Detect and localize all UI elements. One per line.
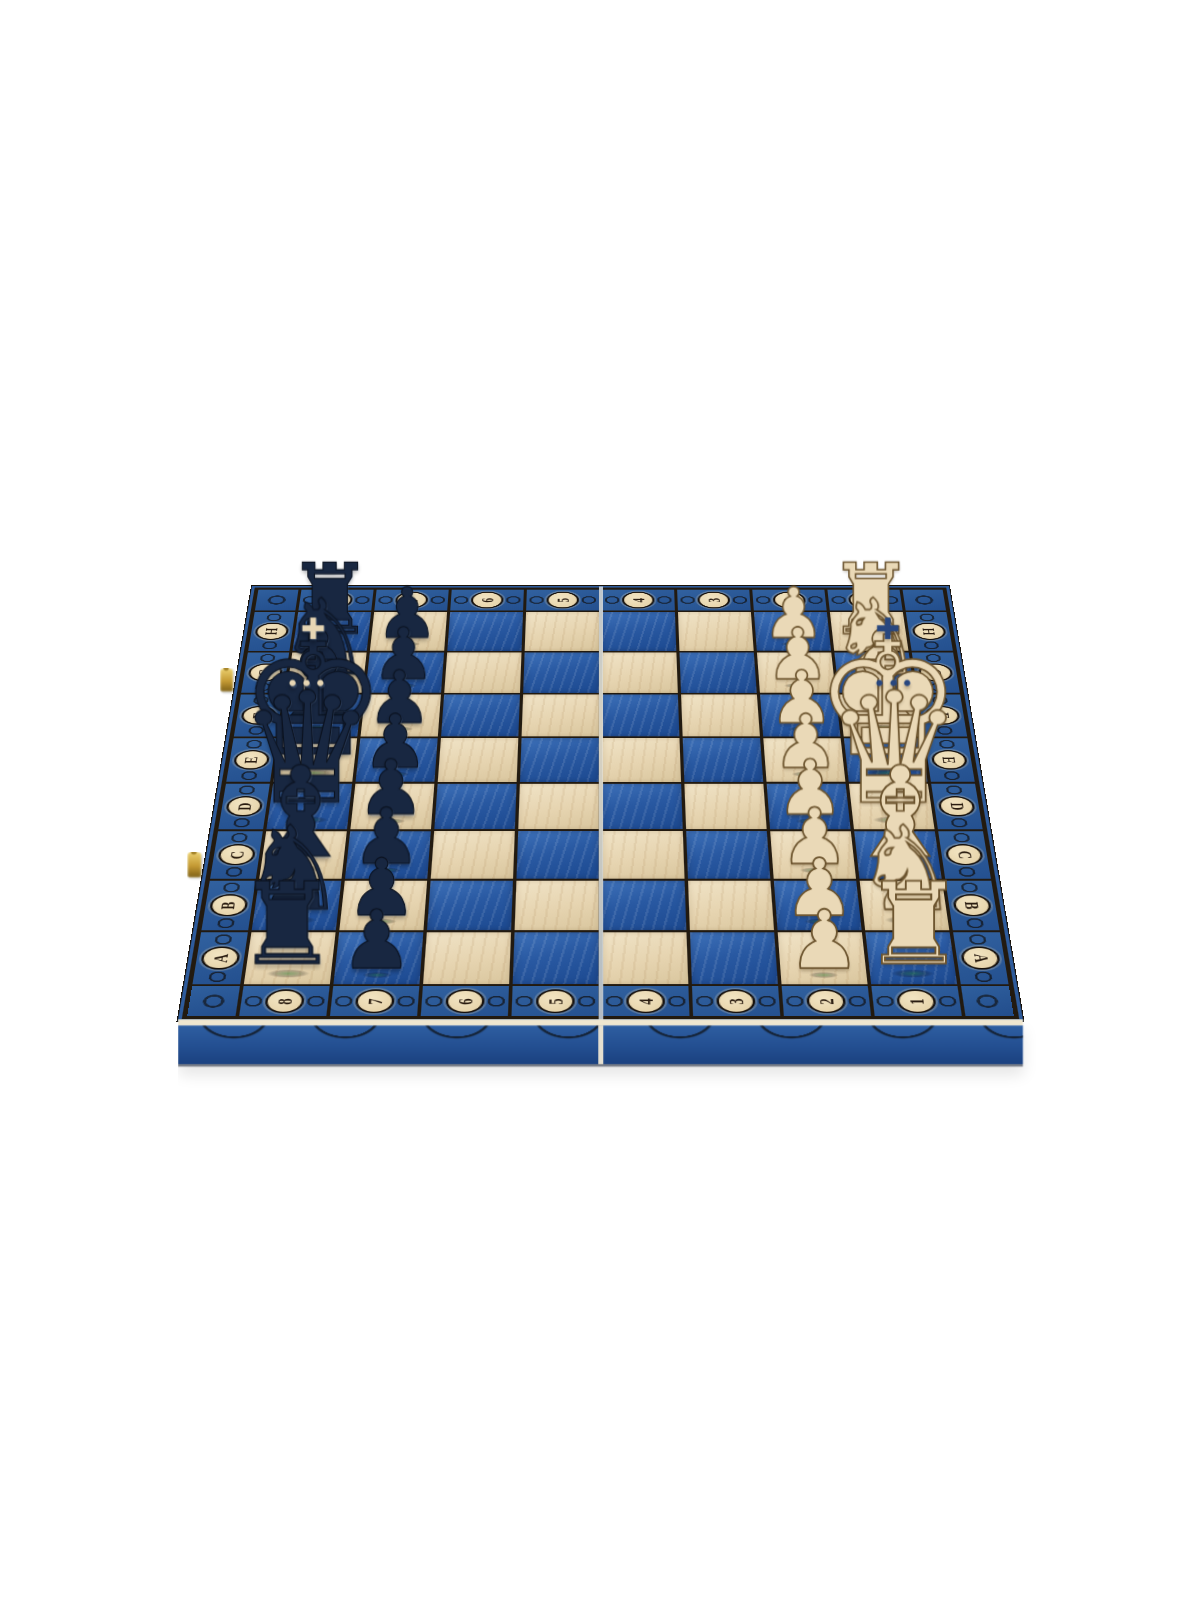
square-c5[interactable] xyxy=(516,831,598,878)
square-h6[interactable] xyxy=(447,612,523,651)
rank-label-bottom-5: 5 xyxy=(512,986,599,1016)
square-a3[interactable] xyxy=(690,932,778,984)
corner-ornament xyxy=(961,986,1014,1016)
piece-black-rook-a8[interactable]: ♜ xyxy=(236,868,338,981)
square-f6[interactable] xyxy=(441,694,520,736)
label-disc: 1 xyxy=(896,989,938,1013)
label-disc: A xyxy=(200,947,241,970)
square-f5[interactable] xyxy=(522,694,599,736)
board-hinge-seam xyxy=(598,587,603,1021)
square-b6[interactable] xyxy=(427,881,513,931)
rank-label-top-6: 6 xyxy=(450,590,524,611)
square-a7[interactable]: ♟ xyxy=(333,932,423,984)
label-text: 7 xyxy=(364,998,385,1004)
square-a2[interactable]: ♟ xyxy=(778,932,868,984)
board-front-edge xyxy=(178,1019,1023,1066)
rank-label-top-4: 4 xyxy=(602,590,675,611)
label-text: 3 xyxy=(725,998,746,1004)
label-disc: 6 xyxy=(445,989,485,1013)
square-c6[interactable] xyxy=(431,831,515,878)
corner-ornament xyxy=(187,986,240,1016)
square-a8[interactable]: ♜ xyxy=(244,932,336,984)
square-h3[interactable] xyxy=(678,612,754,651)
square-g3[interactable] xyxy=(679,652,756,692)
chess-board: 87654321H♜♟♟♜HG♞♟♟♞GF♝♟♟♝FE♚♟♟♚ED♛♟♟♛DC♝… xyxy=(178,586,1024,1022)
label-text: 4 xyxy=(630,598,647,602)
label-text: 3 xyxy=(705,598,722,602)
product-photo-chess-set: 87654321H♜♟♟♜HG♞♟♟♞GF♝♟♟♝FE♚♟♟♚ED♛♟♟♛DC♝… xyxy=(0,0,1200,1600)
label-text: 5 xyxy=(545,998,566,1004)
square-c3[interactable] xyxy=(686,831,770,878)
label-text: 2 xyxy=(816,998,837,1004)
label-disc: 7 xyxy=(354,989,395,1013)
square-c4[interactable] xyxy=(602,831,684,878)
rank-label-bottom-7: 7 xyxy=(330,986,419,1016)
square-a5[interactable] xyxy=(513,932,599,984)
square-g6[interactable] xyxy=(444,652,521,692)
label-disc: 3 xyxy=(716,989,756,1013)
square-a1[interactable]: ♜ xyxy=(865,932,957,984)
label-text: 6 xyxy=(479,598,496,602)
square-f4[interactable] xyxy=(602,694,679,736)
square-f3[interactable] xyxy=(681,694,760,736)
brass-latch-icon xyxy=(187,852,201,877)
rank-label-bottom-2: 2 xyxy=(782,986,871,1016)
square-a6[interactable] xyxy=(423,932,511,984)
label-disc: 2 xyxy=(806,989,847,1013)
label-disc: 3 xyxy=(697,592,730,609)
rank-label-bottom-4: 4 xyxy=(602,986,689,1016)
label-text: 4 xyxy=(635,998,656,1004)
square-a4[interactable] xyxy=(602,932,688,984)
square-d4[interactable] xyxy=(602,784,683,830)
rank-label-bottom-6: 6 xyxy=(421,986,509,1016)
rank-label-bottom-1: 1 xyxy=(871,986,961,1016)
square-d6[interactable] xyxy=(434,784,516,830)
label-text: 5 xyxy=(554,598,571,602)
rank-label-top-3: 3 xyxy=(677,590,751,611)
square-g5[interactable] xyxy=(523,652,599,692)
label-text: 1 xyxy=(906,998,927,1004)
piece-black-pawn-a7[interactable]: ♟ xyxy=(340,900,413,981)
square-e3[interactable] xyxy=(683,738,764,782)
rank-label-bottom-3: 3 xyxy=(692,986,780,1016)
label-disc: A xyxy=(960,947,1001,970)
label-text: A xyxy=(210,954,231,963)
square-g4[interactable] xyxy=(602,652,678,692)
square-d3[interactable] xyxy=(684,784,766,830)
square-d5[interactable] xyxy=(518,784,599,830)
label-text: 6 xyxy=(455,998,476,1004)
label-disc: 4 xyxy=(622,592,655,609)
square-h4[interactable] xyxy=(602,612,676,651)
brass-latch-icon xyxy=(220,668,233,691)
square-b5[interactable] xyxy=(515,881,599,931)
label-disc: 4 xyxy=(626,989,665,1013)
rank-label-bottom-8: 8 xyxy=(239,986,329,1016)
rank-label-top-5: 5 xyxy=(526,590,599,611)
label-disc: 8 xyxy=(264,989,306,1013)
label-disc: 6 xyxy=(471,592,504,609)
label-text: 8 xyxy=(274,998,295,1004)
label-text: A xyxy=(970,954,991,963)
square-b4[interactable] xyxy=(602,881,686,931)
piece-white-rook-a1[interactable]: ♜ xyxy=(863,868,965,981)
label-disc: 5 xyxy=(536,989,575,1013)
square-h5[interactable] xyxy=(525,612,599,651)
square-b3[interactable] xyxy=(688,881,774,931)
label-text: B xyxy=(962,901,983,909)
piece-white-pawn-a2[interactable]: ♟ xyxy=(788,900,861,981)
square-e5[interactable] xyxy=(520,738,599,782)
square-e4[interactable] xyxy=(602,738,681,782)
square-e6[interactable] xyxy=(438,738,519,782)
label-disc: 5 xyxy=(546,592,579,609)
